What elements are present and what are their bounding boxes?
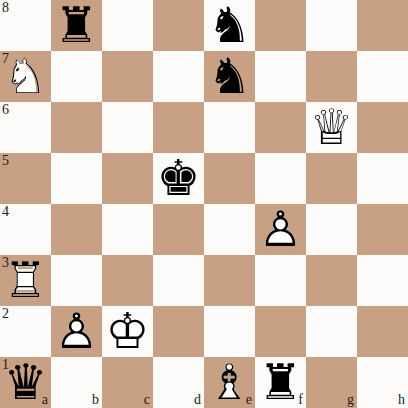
square-d6[interactable] xyxy=(153,102,204,153)
square-f3[interactable] xyxy=(255,255,306,306)
square-e4[interactable] xyxy=(204,204,255,255)
square-c4[interactable] xyxy=(102,204,153,255)
square-d8[interactable] xyxy=(153,0,204,51)
rank-label-6: 6 xyxy=(2,103,9,117)
file-label-c: c xyxy=(144,393,150,407)
piece-white-rook[interactable]: ♜♖ xyxy=(0,255,51,306)
piece-white-knight[interactable]: ♞♘ xyxy=(0,51,51,102)
rank-label-8: 8 xyxy=(2,1,9,15)
square-b3[interactable] xyxy=(51,255,102,306)
square-a3[interactable]: 3♜♖ xyxy=(0,255,51,306)
piece-white-pawn[interactable]: ♟♙ xyxy=(255,204,306,255)
square-a2[interactable]: 2 xyxy=(0,306,51,357)
square-e2[interactable] xyxy=(204,306,255,357)
square-c8[interactable] xyxy=(102,0,153,51)
square-g1[interactable]: g xyxy=(306,357,357,408)
square-b1[interactable]: b xyxy=(51,357,102,408)
piece-black-king[interactable]: ♚ xyxy=(153,153,204,204)
square-g7[interactable] xyxy=(306,51,357,102)
square-b5[interactable] xyxy=(51,153,102,204)
square-h8[interactable] xyxy=(357,0,408,51)
square-e3[interactable] xyxy=(204,255,255,306)
square-g4[interactable] xyxy=(306,204,357,255)
square-f5[interactable] xyxy=(255,153,306,204)
piece-black-rook[interactable]: ♜ xyxy=(255,357,306,408)
square-f2[interactable] xyxy=(255,306,306,357)
square-b7[interactable] xyxy=(51,51,102,102)
piece-black-queen[interactable]: ♛ xyxy=(0,357,51,408)
square-b8[interactable]: ♜ xyxy=(51,0,102,51)
square-a6[interactable]: 6 xyxy=(0,102,51,153)
white-piece-outline: ♕ xyxy=(306,102,357,153)
square-a5[interactable]: 5 xyxy=(0,153,51,204)
square-e6[interactable] xyxy=(204,102,255,153)
square-e5[interactable] xyxy=(204,153,255,204)
square-e1[interactable]: e♝♗ xyxy=(204,357,255,408)
file-label-g: g xyxy=(347,393,354,407)
square-g5[interactable] xyxy=(306,153,357,204)
square-f8[interactable] xyxy=(255,0,306,51)
square-c1[interactable]: c xyxy=(102,357,153,408)
piece-white-king[interactable]: ♚♔ xyxy=(102,306,153,357)
piece-white-queen[interactable]: ♛♕ xyxy=(306,102,357,153)
square-h6[interactable] xyxy=(357,102,408,153)
file-label-h: h xyxy=(398,393,405,407)
square-a7[interactable]: 7♞♘ xyxy=(0,51,51,102)
rank-label-2: 2 xyxy=(2,307,9,321)
square-a4[interactable]: 4 xyxy=(0,204,51,255)
square-d2[interactable] xyxy=(153,306,204,357)
square-g8[interactable] xyxy=(306,0,357,51)
square-f4[interactable]: ♟♙ xyxy=(255,204,306,255)
square-e7[interactable]: ♞ xyxy=(204,51,255,102)
white-piece-outline: ♘ xyxy=(0,51,51,102)
white-piece-outline: ♔ xyxy=(102,306,153,357)
square-a8[interactable]: 8 xyxy=(0,0,51,51)
square-h5[interactable] xyxy=(357,153,408,204)
white-piece-outline: ♙ xyxy=(255,204,306,255)
square-d5[interactable]: ♚ xyxy=(153,153,204,204)
square-d4[interactable] xyxy=(153,204,204,255)
square-d7[interactable] xyxy=(153,51,204,102)
square-g3[interactable] xyxy=(306,255,357,306)
square-f7[interactable] xyxy=(255,51,306,102)
square-b2[interactable]: ♟♙ xyxy=(51,306,102,357)
file-label-b: b xyxy=(92,393,99,407)
square-g2[interactable] xyxy=(306,306,357,357)
square-f6[interactable] xyxy=(255,102,306,153)
square-b4[interactable] xyxy=(51,204,102,255)
white-piece-outline: ♖ xyxy=(0,255,51,306)
square-c2[interactable]: ♚♔ xyxy=(102,306,153,357)
chess-board: 8♜♞7♞♘♞6♛♕5♚4♟♙3♜♖2♟♙♚♔1a♛bcde♝♗f♜gh xyxy=(0,0,408,408)
square-h4[interactable] xyxy=(357,204,408,255)
piece-black-knight[interactable]: ♞ xyxy=(204,51,255,102)
white-piece-outline: ♗ xyxy=(204,357,255,408)
rank-label-5: 5 xyxy=(2,154,9,168)
square-b6[interactable] xyxy=(51,102,102,153)
file-label-d: d xyxy=(194,393,201,407)
white-piece-outline: ♙ xyxy=(51,306,102,357)
square-c5[interactable] xyxy=(102,153,153,204)
square-h1[interactable]: h xyxy=(357,357,408,408)
piece-black-knight[interactable]: ♞ xyxy=(204,0,255,51)
square-e8[interactable]: ♞ xyxy=(204,0,255,51)
square-h3[interactable] xyxy=(357,255,408,306)
square-d1[interactable]: d xyxy=(153,357,204,408)
rank-label-4: 4 xyxy=(2,205,9,219)
square-f1[interactable]: f♜ xyxy=(255,357,306,408)
piece-black-rook[interactable]: ♜ xyxy=(51,0,102,51)
square-c3[interactable] xyxy=(102,255,153,306)
square-d3[interactable] xyxy=(153,255,204,306)
piece-white-bishop[interactable]: ♝♗ xyxy=(204,357,255,408)
piece-white-pawn[interactable]: ♟♙ xyxy=(51,306,102,357)
square-h2[interactable] xyxy=(357,306,408,357)
square-g6[interactable]: ♛♕ xyxy=(306,102,357,153)
square-c6[interactable] xyxy=(102,102,153,153)
square-c7[interactable] xyxy=(102,51,153,102)
square-a1[interactable]: 1a♛ xyxy=(0,357,51,408)
square-h7[interactable] xyxy=(357,51,408,102)
